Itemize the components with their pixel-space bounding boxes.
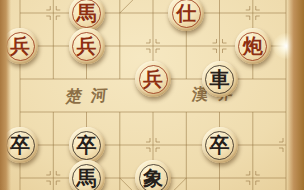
piece-glyph: 車 <box>202 61 238 97</box>
piece-black-elephant[interactable]: 象 <box>135 160 171 190</box>
piece-glyph: 兵 <box>135 61 171 97</box>
piece-glyph: 馬 <box>69 160 105 190</box>
piece-red-pawn[interactable]: 兵 <box>135 61 171 97</box>
piece-black-pawn[interactable]: 卒 <box>202 127 238 163</box>
piece-red-horse[interactable]: 馬 <box>69 0 105 31</box>
river-label-left: 楚河 <box>65 85 117 108</box>
piece-glyph: 卒 <box>202 127 238 163</box>
piece-red-cannon[interactable]: 炮 <box>235 28 271 64</box>
piece-glyph: 馬 <box>69 0 105 31</box>
piece-black-horse[interactable]: 馬 <box>69 160 105 190</box>
piece-black-pawn[interactable]: 卒 <box>69 127 105 163</box>
piece-glyph: 象 <box>135 160 171 190</box>
piece-black-chariot[interactable]: 車 <box>202 61 238 97</box>
piece-red-advisor[interactable]: 仕 <box>168 0 204 31</box>
piece-glyph: 炮 <box>235 28 271 64</box>
piece-glyph: 卒 <box>69 127 105 163</box>
piece-glyph: 仕 <box>168 0 204 31</box>
xiangqi-board[interactable]: 楚河 漢界 馬仕兵兵炮兵車卒卒卒馬象 <box>0 0 304 190</box>
piece-glyph: 兵 <box>69 28 105 64</box>
board-right-edge <box>287 0 304 190</box>
piece-red-pawn[interactable]: 兵 <box>69 28 105 64</box>
board-left-edge <box>0 0 11 190</box>
